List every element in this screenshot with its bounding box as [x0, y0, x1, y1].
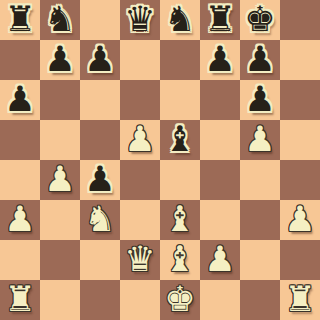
square-f1[interactable] — [200, 280, 240, 320]
square-f8[interactable]: ♜ — [200, 0, 240, 40]
square-f7[interactable]: ♟ — [200, 40, 240, 80]
square-c2[interactable] — [80, 240, 120, 280]
square-d3[interactable] — [120, 200, 160, 240]
square-g8[interactable]: ♚ — [240, 0, 280, 40]
square-h8[interactable] — [280, 0, 320, 40]
square-b6[interactable] — [40, 80, 80, 120]
square-e2[interactable]: ♝ — [160, 240, 200, 280]
square-g2[interactable] — [240, 240, 280, 280]
black-pawn-c7[interactable]: ♟ — [84, 39, 115, 79]
square-a6[interactable]: ♟ — [0, 80, 40, 120]
black-knight-b8[interactable]: ♞ — [44, 0, 75, 39]
square-b1[interactable] — [40, 280, 80, 320]
white-king-e1[interactable]: ♚ — [164, 279, 195, 319]
square-e7[interactable] — [160, 40, 200, 80]
square-a4[interactable] — [0, 160, 40, 200]
white-pawn-a3[interactable]: ♟ — [4, 199, 35, 239]
white-knight-c3[interactable]: ♞ — [84, 199, 115, 239]
black-pawn-b7[interactable]: ♟ — [44, 39, 75, 79]
square-e1[interactable]: ♚ — [160, 280, 200, 320]
square-b7[interactable]: ♟ — [40, 40, 80, 80]
black-rook-a8[interactable]: ♜ — [4, 0, 35, 39]
square-f2[interactable]: ♟ — [200, 240, 240, 280]
square-b4[interactable]: ♟ — [40, 160, 80, 200]
square-h1[interactable]: ♜ — [280, 280, 320, 320]
square-c3[interactable]: ♞ — [80, 200, 120, 240]
black-knight-e8[interactable]: ♞ — [164, 0, 195, 39]
black-pawn-f7[interactable]: ♟ — [204, 39, 235, 79]
square-h2[interactable] — [280, 240, 320, 280]
square-c1[interactable] — [80, 280, 120, 320]
square-g7[interactable]: ♟ — [240, 40, 280, 80]
white-bishop-e2[interactable]: ♝ — [164, 239, 195, 279]
square-b2[interactable] — [40, 240, 80, 280]
square-f6[interactable] — [200, 80, 240, 120]
white-pawn-d5[interactable]: ♟ — [124, 119, 155, 159]
square-b5[interactable] — [40, 120, 80, 160]
square-a8[interactable]: ♜ — [0, 0, 40, 40]
square-h6[interactable] — [280, 80, 320, 120]
white-pawn-h3[interactable]: ♟ — [284, 199, 315, 239]
black-rook-f8[interactable]: ♜ — [204, 0, 235, 39]
white-pawn-b4[interactable]: ♟ — [44, 159, 75, 199]
black-pawn-c4[interactable]: ♟ — [84, 159, 115, 199]
white-rook-h1[interactable]: ♜ — [284, 279, 315, 319]
square-g3[interactable] — [240, 200, 280, 240]
square-h5[interactable] — [280, 120, 320, 160]
square-c5[interactable] — [80, 120, 120, 160]
black-pawn-g7[interactable]: ♟ — [244, 39, 275, 79]
square-h4[interactable] — [280, 160, 320, 200]
square-a1[interactable]: ♜ — [0, 280, 40, 320]
white-queen-d2[interactable]: ♛ — [124, 239, 155, 279]
square-d5[interactable]: ♟ — [120, 120, 160, 160]
square-d8[interactable]: ♛ — [120, 0, 160, 40]
square-g4[interactable] — [240, 160, 280, 200]
white-pawn-g5[interactable]: ♟ — [244, 119, 275, 159]
square-g6[interactable]: ♟ — [240, 80, 280, 120]
square-b8[interactable]: ♞ — [40, 0, 80, 40]
square-e4[interactable] — [160, 160, 200, 200]
square-e8[interactable]: ♞ — [160, 0, 200, 40]
white-pawn-f2[interactable]: ♟ — [204, 239, 235, 279]
square-b3[interactable] — [40, 200, 80, 240]
black-queen-d8[interactable]: ♛ — [124, 0, 155, 39]
square-a7[interactable] — [0, 40, 40, 80]
white-rook-a1[interactable]: ♜ — [4, 279, 35, 319]
square-e6[interactable] — [160, 80, 200, 120]
black-king-g8[interactable]: ♚ — [244, 0, 275, 39]
square-e5[interactable]: ♝ — [160, 120, 200, 160]
chess-board: ♜♞♛♞♜♚♟♟♟♟♟♟♟♝♟♟♟♟♞♝♟♛♝♟♜♚♜ — [0, 0, 320, 320]
black-pawn-g6[interactable]: ♟ — [244, 79, 275, 119]
square-a2[interactable] — [0, 240, 40, 280]
square-g5[interactable]: ♟ — [240, 120, 280, 160]
square-a5[interactable] — [0, 120, 40, 160]
square-h7[interactable] — [280, 40, 320, 80]
square-c8[interactable] — [80, 0, 120, 40]
square-a3[interactable]: ♟ — [0, 200, 40, 240]
square-d6[interactable] — [120, 80, 160, 120]
square-f5[interactable] — [200, 120, 240, 160]
square-c6[interactable] — [80, 80, 120, 120]
square-c7[interactable]: ♟ — [80, 40, 120, 80]
black-bishop-e5[interactable]: ♝ — [164, 119, 195, 159]
square-g1[interactable] — [240, 280, 280, 320]
square-d1[interactable] — [120, 280, 160, 320]
square-h3[interactable]: ♟ — [280, 200, 320, 240]
square-d2[interactable]: ♛ — [120, 240, 160, 280]
black-pawn-a6[interactable]: ♟ — [4, 79, 35, 119]
square-f4[interactable] — [200, 160, 240, 200]
white-bishop-e3[interactable]: ♝ — [164, 199, 195, 239]
square-c4[interactable]: ♟ — [80, 160, 120, 200]
square-f3[interactable] — [200, 200, 240, 240]
square-d7[interactable] — [120, 40, 160, 80]
square-e3[interactable]: ♝ — [160, 200, 200, 240]
square-d4[interactable] — [120, 160, 160, 200]
